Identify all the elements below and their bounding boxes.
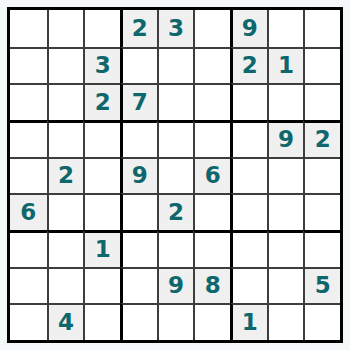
- cell-r4c7[interactable]: [230, 120, 267, 157]
- cell-r8c6[interactable]: 8: [193, 267, 230, 304]
- cell-r1c4[interactable]: 2: [120, 10, 157, 47]
- cell-r5c2[interactable]: 2: [47, 157, 84, 194]
- cell-r9c7[interactable]: 1: [230, 303, 267, 340]
- cell-r1c5[interactable]: 3: [157, 10, 194, 47]
- cell-r8c8[interactable]: [267, 267, 304, 304]
- cell-r4c1[interactable]: [10, 120, 47, 157]
- cell-r9c3[interactable]: [83, 303, 120, 340]
- cell-r7c9[interactable]: [303, 230, 340, 267]
- cell-r9c1[interactable]: [10, 303, 47, 340]
- cell-r8c9[interactable]: 5: [303, 267, 340, 304]
- cell-r2c5[interactable]: [157, 47, 194, 84]
- cell-r5c7[interactable]: [230, 157, 267, 194]
- cell-r6c1[interactable]: 6: [10, 193, 47, 230]
- cell-r4c3[interactable]: [83, 120, 120, 157]
- cell-r5c8[interactable]: [267, 157, 304, 194]
- cell-r2c7[interactable]: 2: [230, 47, 267, 84]
- cell-r3c1[interactable]: [10, 83, 47, 120]
- cell-r6c6[interactable]: [193, 193, 230, 230]
- cell-r5c4[interactable]: 9: [120, 157, 157, 194]
- cell-r5c9[interactable]: [303, 157, 340, 194]
- cell-r4c2[interactable]: [47, 120, 84, 157]
- cell-r2c3[interactable]: 3: [83, 47, 120, 84]
- cell-r8c7[interactable]: [230, 267, 267, 304]
- cell-r6c2[interactable]: [47, 193, 84, 230]
- cell-r7c3[interactable]: 1: [83, 230, 120, 267]
- cell-r6c9[interactable]: [303, 193, 340, 230]
- cell-r7c5[interactable]: [157, 230, 194, 267]
- cell-r8c3[interactable]: [83, 267, 120, 304]
- cell-r2c9[interactable]: [303, 47, 340, 84]
- cell-r9c9[interactable]: [303, 303, 340, 340]
- cell-r3c7[interactable]: [230, 83, 267, 120]
- cell-r1c9[interactable]: [303, 10, 340, 47]
- cell-r9c8[interactable]: [267, 303, 304, 340]
- cell-r1c8[interactable]: [267, 10, 304, 47]
- cell-r8c1[interactable]: [10, 267, 47, 304]
- cell-r3c4[interactable]: 7: [120, 83, 157, 120]
- cell-r5c1[interactable]: [10, 157, 47, 194]
- cell-r3c3[interactable]: 2: [83, 83, 120, 120]
- cell-r4c5[interactable]: [157, 120, 194, 157]
- cell-r7c7[interactable]: [230, 230, 267, 267]
- cell-r9c5[interactable]: [157, 303, 194, 340]
- cell-r4c8[interactable]: 9: [267, 120, 304, 157]
- cell-r1c2[interactable]: [47, 10, 84, 47]
- cell-r7c6[interactable]: [193, 230, 230, 267]
- cell-r1c1[interactable]: [10, 10, 47, 47]
- cell-r3c9[interactable]: [303, 83, 340, 120]
- cell-r3c2[interactable]: [47, 83, 84, 120]
- cell-r9c6[interactable]: [193, 303, 230, 340]
- cell-r1c7[interactable]: 9: [230, 10, 267, 47]
- cell-r2c4[interactable]: [120, 47, 157, 84]
- cell-r7c2[interactable]: [47, 230, 84, 267]
- cell-r7c1[interactable]: [10, 230, 47, 267]
- cell-r3c8[interactable]: [267, 83, 304, 120]
- cell-r2c1[interactable]: [10, 47, 47, 84]
- cell-r4c4[interactable]: [120, 120, 157, 157]
- cell-r9c2[interactable]: 4: [47, 303, 84, 340]
- cell-r4c9[interactable]: 2: [303, 120, 340, 157]
- cell-r5c3[interactable]: [83, 157, 120, 194]
- cell-r3c6[interactable]: [193, 83, 230, 120]
- cell-r1c6[interactable]: [193, 10, 230, 47]
- cell-r5c6[interactable]: 6: [193, 157, 230, 194]
- sudoku-page: 239321279229662198541: [0, 0, 350, 350]
- cell-r2c6[interactable]: [193, 47, 230, 84]
- cell-r8c5[interactable]: 9: [157, 267, 194, 304]
- cell-r6c8[interactable]: [267, 193, 304, 230]
- cell-r2c8[interactable]: 1: [267, 47, 304, 84]
- cell-r6c4[interactable]: [120, 193, 157, 230]
- cell-r2c2[interactable]: [47, 47, 84, 84]
- cell-r5c5[interactable]: [157, 157, 194, 194]
- cell-r6c5[interactable]: 2: [157, 193, 194, 230]
- cell-r8c2[interactable]: [47, 267, 84, 304]
- cell-r1c3[interactable]: [83, 10, 120, 47]
- cell-r6c3[interactable]: [83, 193, 120, 230]
- sudoku-board: 239321279229662198541: [7, 7, 343, 343]
- cell-r7c4[interactable]: [120, 230, 157, 267]
- cell-r4c6[interactable]: [193, 120, 230, 157]
- cell-r8c4[interactable]: [120, 267, 157, 304]
- cell-r3c5[interactable]: [157, 83, 194, 120]
- cell-r7c8[interactable]: [267, 230, 304, 267]
- cell-r6c7[interactable]: [230, 193, 267, 230]
- cell-r9c4[interactable]: [120, 303, 157, 340]
